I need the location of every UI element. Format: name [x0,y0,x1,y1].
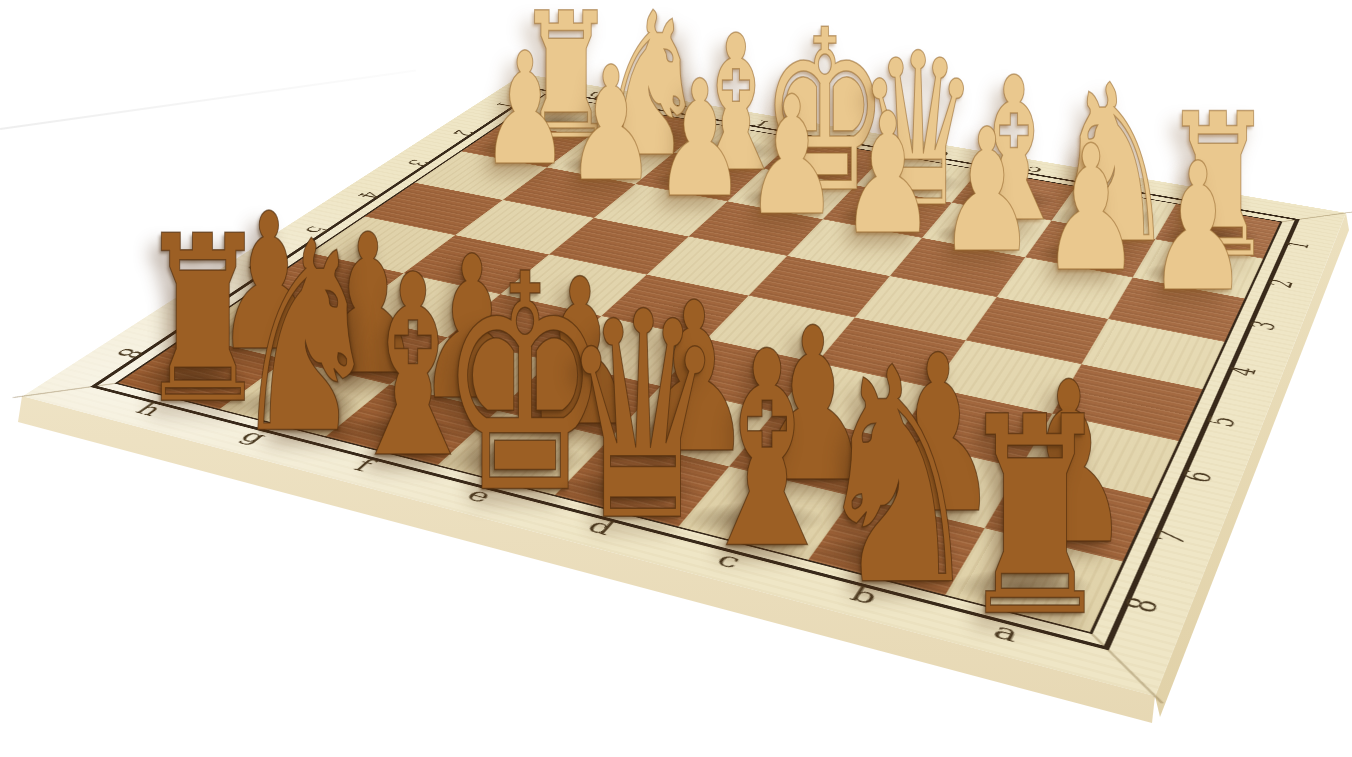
piece-white-pawn-c2[interactable]: ♟︎ [939,107,1037,277]
piece-black-rook-a8[interactable]: ♜︎ [957,381,1114,654]
piece-white-pawn-e2[interactable]: ♟︎ [745,75,839,239]
photo-stage: 11hh22gg33ff44ee55dd66cc77bb88aa ♜︎♞︎♝︎♛… [0,0,1352,757]
piece-white-pawn-b2[interactable]: ♟︎ [1041,123,1141,297]
piece-white-pawn-g2[interactable]: ♟︎ [566,46,657,204]
piece-white-pawn-a2[interactable]: ♟︎ [1148,140,1250,317]
piece-white-pawn-d2[interactable]: ♟︎ [840,91,936,258]
pieces-layer: ♜︎♞︎♝︎♛︎♚︎♝︎♞︎♜︎♟︎♟︎♟︎♟︎♟︎♟︎♟︎♟︎♟︎♟︎♟︎♟︎… [0,0,1352,757]
piece-white-pawn-f2[interactable]: ♟︎ [654,60,746,221]
piece-white-pawn-h2[interactable]: ♟︎ [481,32,570,187]
